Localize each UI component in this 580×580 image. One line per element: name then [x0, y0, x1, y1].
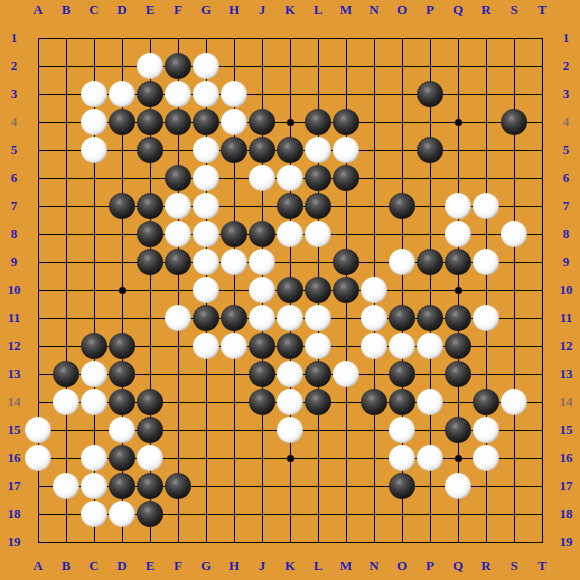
black-stone-O7[interactable]: [389, 193, 415, 219]
black-stone-O17[interactable]: [389, 473, 415, 499]
col-label-bottom-J: J: [248, 557, 276, 575]
col-label-bottom-F: F: [164, 557, 192, 575]
col-label-top-O: O: [388, 1, 416, 19]
black-stone-K12[interactable]: [277, 333, 303, 359]
black-stone-H8[interactable]: [221, 221, 247, 247]
black-stone-L13[interactable]: [305, 361, 331, 387]
black-stone-J13[interactable]: [249, 361, 275, 387]
white-stone-G2[interactable]: [193, 53, 219, 79]
white-stone-P16[interactable]: [417, 445, 443, 471]
white-stone-B14[interactable]: [53, 389, 79, 415]
black-stone-L10[interactable]: [305, 277, 331, 303]
black-stone-L7[interactable]: [305, 193, 331, 219]
black-stone-E8[interactable]: [137, 221, 163, 247]
col-label-top-G: G: [192, 1, 220, 19]
row-label-right-2: 2: [552, 57, 580, 75]
white-stone-F11[interactable]: [165, 305, 191, 331]
col-label-bottom-O: O: [388, 557, 416, 575]
black-stone-O13[interactable]: [389, 361, 415, 387]
row-label-right-9: 9: [552, 253, 580, 271]
star-point-K4: [287, 119, 294, 126]
black-stone-M4[interactable]: [333, 109, 359, 135]
row-label-left-8: 8: [0, 225, 28, 243]
row-label-left-6: 6: [0, 169, 28, 187]
white-stone-G3[interactable]: [193, 81, 219, 107]
black-stone-E14[interactable]: [137, 389, 163, 415]
white-stone-K13[interactable]: [277, 361, 303, 387]
black-stone-B13[interactable]: [53, 361, 79, 387]
white-stone-Q17[interactable]: [445, 473, 471, 499]
black-stone-M10[interactable]: [333, 277, 359, 303]
black-stone-F9[interactable]: [165, 249, 191, 275]
black-stone-D7[interactable]: [109, 193, 135, 219]
col-label-top-C: C: [80, 1, 108, 19]
row-label-right-10: 10: [552, 281, 580, 299]
black-stone-J8[interactable]: [249, 221, 275, 247]
row-label-right-13: 13: [552, 365, 580, 383]
row-label-right-5: 5: [552, 141, 580, 159]
white-stone-P12[interactable]: [417, 333, 443, 359]
white-stone-N12[interactable]: [361, 333, 387, 359]
white-stone-A16[interactable]: [25, 445, 51, 471]
white-stone-C16[interactable]: [81, 445, 107, 471]
black-stone-S4[interactable]: [501, 109, 527, 135]
row-label-left-19: 19: [0, 533, 28, 551]
white-stone-L8[interactable]: [305, 221, 331, 247]
black-stone-J14[interactable]: [249, 389, 275, 415]
row-label-left-1: 1: [0, 29, 28, 47]
black-stone-K7[interactable]: [277, 193, 303, 219]
white-stone-B17[interactable]: [53, 473, 79, 499]
white-stone-J6[interactable]: [249, 165, 275, 191]
black-stone-G4[interactable]: [193, 109, 219, 135]
white-stone-R9[interactable]: [473, 249, 499, 275]
black-stone-G11[interactable]: [193, 305, 219, 331]
white-stone-C14[interactable]: [81, 389, 107, 415]
white-stone-C4[interactable]: [81, 109, 107, 135]
col-label-top-J: J: [248, 1, 276, 19]
col-label-bottom-K: K: [276, 557, 304, 575]
white-stone-O16[interactable]: [389, 445, 415, 471]
col-label-top-D: D: [108, 1, 136, 19]
white-stone-G9[interactable]: [193, 249, 219, 275]
white-stone-R11[interactable]: [473, 305, 499, 331]
col-label-bottom-L: L: [304, 557, 332, 575]
white-stone-C3[interactable]: [81, 81, 107, 107]
col-label-top-Q: Q: [444, 1, 472, 19]
col-label-bottom-B: B: [52, 557, 80, 575]
white-stone-G6[interactable]: [193, 165, 219, 191]
black-stone-L4[interactable]: [305, 109, 331, 135]
white-stone-K8[interactable]: [277, 221, 303, 247]
black-stone-K5[interactable]: [277, 137, 303, 163]
col-label-top-L: L: [304, 1, 332, 19]
white-stone-K11[interactable]: [277, 305, 303, 331]
black-stone-M6[interactable]: [333, 165, 359, 191]
white-stone-R16[interactable]: [473, 445, 499, 471]
white-stone-H3[interactable]: [221, 81, 247, 107]
white-stone-M13[interactable]: [333, 361, 359, 387]
black-stone-P9[interactable]: [417, 249, 443, 275]
black-stone-E3[interactable]: [137, 81, 163, 107]
white-stone-D15[interactable]: [109, 417, 135, 443]
white-stone-S8[interactable]: [501, 221, 527, 247]
white-stone-J9[interactable]: [249, 249, 275, 275]
col-label-top-B: B: [52, 1, 80, 19]
col-label-top-F: F: [164, 1, 192, 19]
white-stone-O12[interactable]: [389, 333, 415, 359]
row-label-left-14: 14: [0, 393, 28, 411]
white-stone-K15[interactable]: [277, 417, 303, 443]
col-label-top-A: A: [24, 1, 52, 19]
row-label-left-18: 18: [0, 505, 28, 523]
white-stone-N11[interactable]: [361, 305, 387, 331]
white-stone-F3[interactable]: [165, 81, 191, 107]
col-label-top-S: S: [500, 1, 528, 19]
col-label-top-K: K: [276, 1, 304, 19]
white-stone-E16[interactable]: [137, 445, 163, 471]
black-stone-P3[interactable]: [417, 81, 443, 107]
white-stone-G10[interactable]: [193, 277, 219, 303]
black-stone-P5[interactable]: [417, 137, 443, 163]
black-stone-N14[interactable]: [361, 389, 387, 415]
black-stone-D4[interactable]: [109, 109, 135, 135]
row-label-left-9: 9: [0, 253, 28, 271]
star-point-K16: [287, 455, 294, 462]
col-label-bottom-T: T: [528, 557, 556, 575]
row-label-left-17: 17: [0, 477, 28, 495]
col-label-top-T: T: [528, 1, 556, 19]
col-label-bottom-G: G: [192, 557, 220, 575]
row-label-right-3: 3: [552, 85, 580, 103]
black-stone-M9[interactable]: [333, 249, 359, 275]
white-stone-C17[interactable]: [81, 473, 107, 499]
col-label-top-H: H: [220, 1, 248, 19]
white-stone-H9[interactable]: [221, 249, 247, 275]
go-board[interactable]: ABCDEFGHJKLMNOPQRST ABCDEFGHJKLMNOPQRST …: [0, 0, 580, 580]
row-label-right-17: 17: [552, 477, 580, 495]
row-label-right-1: 1: [552, 29, 580, 47]
row-label-left-15: 15: [0, 421, 28, 439]
row-label-right-19: 19: [552, 533, 580, 551]
white-stone-C5[interactable]: [81, 137, 107, 163]
black-stone-J4[interactable]: [249, 109, 275, 135]
col-label-top-P: P: [416, 1, 444, 19]
row-label-right-14: 14: [552, 393, 580, 411]
white-stone-R15[interactable]: [473, 417, 499, 443]
row-label-right-18: 18: [552, 505, 580, 523]
black-stone-F6[interactable]: [165, 165, 191, 191]
white-stone-O9[interactable]: [389, 249, 415, 275]
white-stone-J11[interactable]: [249, 305, 275, 331]
black-stone-J5[interactable]: [249, 137, 275, 163]
row-label-right-12: 12: [552, 337, 580, 355]
star-point-Q16: [455, 455, 462, 462]
white-stone-A15[interactable]: [25, 417, 51, 443]
col-label-bottom-Q: Q: [444, 557, 472, 575]
row-label-left-3: 3: [0, 85, 28, 103]
row-label-right-8: 8: [552, 225, 580, 243]
star-point-Q10: [455, 287, 462, 294]
col-label-bottom-M: M: [332, 557, 360, 575]
col-label-bottom-C: C: [80, 557, 108, 575]
black-stone-Q11[interactable]: [445, 305, 471, 331]
black-stone-F2[interactable]: [165, 53, 191, 79]
col-label-bottom-P: P: [416, 557, 444, 575]
black-stone-D16[interactable]: [109, 445, 135, 471]
white-stone-Q8[interactable]: [445, 221, 471, 247]
row-label-right-7: 7: [552, 197, 580, 215]
row-label-right-11: 11: [552, 309, 580, 327]
black-stone-D12[interactable]: [109, 333, 135, 359]
black-stone-D17[interactable]: [109, 473, 135, 499]
row-label-right-6: 6: [552, 169, 580, 187]
white-stone-H12[interactable]: [221, 333, 247, 359]
black-stone-E9[interactable]: [137, 249, 163, 275]
black-stone-E15[interactable]: [137, 417, 163, 443]
white-stone-K14[interactable]: [277, 389, 303, 415]
white-stone-K6[interactable]: [277, 165, 303, 191]
col-label-bottom-H: H: [220, 557, 248, 575]
col-label-top-M: M: [332, 1, 360, 19]
black-stone-D13[interactable]: [109, 361, 135, 387]
black-stone-R14[interactable]: [473, 389, 499, 415]
row-label-left-5: 5: [0, 141, 28, 159]
black-stone-C12[interactable]: [81, 333, 107, 359]
black-stone-D14[interactable]: [109, 389, 135, 415]
row-label-left-13: 13: [0, 365, 28, 383]
white-stone-C18[interactable]: [81, 501, 107, 527]
black-stone-Q15[interactable]: [445, 417, 471, 443]
star-point-Q4: [455, 119, 462, 126]
white-stone-H4[interactable]: [221, 109, 247, 135]
black-stone-L6[interactable]: [305, 165, 331, 191]
black-stone-P11[interactable]: [417, 305, 443, 331]
col-label-bottom-A: A: [24, 557, 52, 575]
black-stone-E18[interactable]: [137, 501, 163, 527]
white-stone-G7[interactable]: [193, 193, 219, 219]
white-stone-O15[interactable]: [389, 417, 415, 443]
white-stone-N10[interactable]: [361, 277, 387, 303]
black-stone-E4[interactable]: [137, 109, 163, 135]
white-stone-L12[interactable]: [305, 333, 331, 359]
star-point-D10: [119, 287, 126, 294]
row-label-right-16: 16: [552, 449, 580, 467]
white-stone-G12[interactable]: [193, 333, 219, 359]
col-label-top-E: E: [136, 1, 164, 19]
row-label-left-10: 10: [0, 281, 28, 299]
black-stone-H11[interactable]: [221, 305, 247, 331]
white-stone-C13[interactable]: [81, 361, 107, 387]
black-stone-Q9[interactable]: [445, 249, 471, 275]
black-stone-E7[interactable]: [137, 193, 163, 219]
white-stone-E2[interactable]: [137, 53, 163, 79]
white-stone-Q7[interactable]: [445, 193, 471, 219]
white-stone-L5[interactable]: [305, 137, 331, 163]
white-stone-F8[interactable]: [165, 221, 191, 247]
row-label-left-7: 7: [0, 197, 28, 215]
white-stone-G5[interactable]: [193, 137, 219, 163]
black-stone-O11[interactable]: [389, 305, 415, 331]
black-stone-L14[interactable]: [305, 389, 331, 415]
white-stone-J10[interactable]: [249, 277, 275, 303]
black-stone-E17[interactable]: [137, 473, 163, 499]
col-label-top-N: N: [360, 1, 388, 19]
row-label-left-2: 2: [0, 57, 28, 75]
white-stone-S14[interactable]: [501, 389, 527, 415]
black-stone-Q12[interactable]: [445, 333, 471, 359]
row-label-left-16: 16: [0, 449, 28, 467]
col-label-bottom-S: S: [500, 557, 528, 575]
row-label-left-4: 4: [0, 113, 28, 131]
white-stone-D3[interactable]: [109, 81, 135, 107]
col-label-bottom-D: D: [108, 557, 136, 575]
white-stone-M5[interactable]: [333, 137, 359, 163]
black-stone-Q13[interactable]: [445, 361, 471, 387]
black-stone-E5[interactable]: [137, 137, 163, 163]
white-stone-F7[interactable]: [165, 193, 191, 219]
white-stone-P14[interactable]: [417, 389, 443, 415]
row-label-right-4: 4: [552, 113, 580, 131]
row-label-right-15: 15: [552, 421, 580, 439]
black-stone-F4[interactable]: [165, 109, 191, 135]
white-stone-R7[interactable]: [473, 193, 499, 219]
black-stone-F17[interactable]: [165, 473, 191, 499]
col-label-bottom-N: N: [360, 557, 388, 575]
white-stone-D18[interactable]: [109, 501, 135, 527]
black-stone-H5[interactable]: [221, 137, 247, 163]
row-label-left-12: 12: [0, 337, 28, 355]
col-label-bottom-E: E: [136, 557, 164, 575]
col-label-top-R: R: [472, 1, 500, 19]
col-label-bottom-R: R: [472, 557, 500, 575]
black-stone-J12[interactable]: [249, 333, 275, 359]
white-stone-L11[interactable]: [305, 305, 331, 331]
black-stone-K10[interactable]: [277, 277, 303, 303]
row-label-left-11: 11: [0, 309, 28, 327]
white-stone-G8[interactable]: [193, 221, 219, 247]
black-stone-O14[interactable]: [389, 389, 415, 415]
